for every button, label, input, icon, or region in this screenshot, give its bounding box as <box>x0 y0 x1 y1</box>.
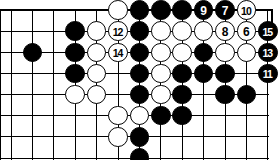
stone-black-c8r6 <box>151 106 171 126</box>
stone-black-c9r1 <box>172 0 192 20</box>
stone-black-move-15-c13r2: 15 <box>258 21 278 41</box>
stone-black-c9r6 <box>172 106 192 126</box>
move-number-label: 15 <box>262 26 272 37</box>
move-number-label: 12 <box>113 26 123 37</box>
stone-black-c9r4 <box>172 64 192 84</box>
stone-black-c4r4 <box>65 64 85 84</box>
stone-white-c12r3 <box>237 43 257 63</box>
stone-black-c8r1 <box>151 0 171 20</box>
stone-black-c7r8 <box>130 148 150 160</box>
stone-white-c6r7 <box>108 127 128 147</box>
stone-black-c10r4 <box>194 64 214 84</box>
move-number-label: 14 <box>113 48 123 59</box>
stone-white-c5r4 <box>87 64 107 84</box>
stone-black-c11r4 <box>215 64 235 84</box>
stone-black-c11r5 <box>215 85 235 105</box>
stone-black-c7r4 <box>130 64 150 84</box>
move-number-label: 13 <box>262 48 272 59</box>
stone-white-move-10-c12r1: 10 <box>237 0 257 20</box>
stone-white-move-12-c6r2: 12 <box>108 21 128 41</box>
stone-white-c10r2 <box>194 21 214 41</box>
stone-black-c7r3 <box>130 43 150 63</box>
stone-white-move-6-c12r2: 6 <box>237 21 257 41</box>
stone-white-c6r6 <box>108 106 128 126</box>
stone-black-c2r3 <box>23 43 43 63</box>
stone-white-c4r5 <box>65 85 85 105</box>
stone-white-c8r4 <box>151 64 171 84</box>
stone-white-move-14-c6r3: 14 <box>108 43 128 63</box>
stone-white-move-8-c11r2: 8 <box>215 21 235 41</box>
stone-white-c8r2 <box>151 21 171 41</box>
move-number-label: 6 <box>243 26 250 38</box>
stone-white-c8r5 <box>151 85 171 105</box>
go-board-diagram: 9710128615141311 <box>0 0 280 160</box>
stone-black-move-11-c13r4: 11 <box>258 64 278 84</box>
stone-white-c9r3 <box>172 43 192 63</box>
stone-white-c8r3 <box>151 43 171 63</box>
stone-black-move-7-c11r1: 7 <box>215 0 235 20</box>
stone-black-c4r3 <box>65 43 85 63</box>
move-number-label: 7 <box>222 4 229 16</box>
stone-white-c5r5 <box>87 85 107 105</box>
stone-black-c7r2 <box>130 21 150 41</box>
move-number-label: 9 <box>200 4 207 16</box>
stone-white-c5r3 <box>87 43 107 63</box>
stone-black-c9r5 <box>172 85 192 105</box>
stone-black-c7r5 <box>130 85 150 105</box>
stone-white-c11r3 <box>215 43 235 63</box>
stone-white-c5r2 <box>87 21 107 41</box>
move-number-label: 8 <box>222 26 229 38</box>
stone-white-c6r1 <box>108 0 128 20</box>
stone-white-c7r6 <box>130 106 150 126</box>
stone-black-move-9-c10r1: 9 <box>194 0 214 20</box>
stone-black-c10r3 <box>194 43 214 63</box>
stone-white-c9r2 <box>172 21 192 41</box>
move-number-label: 11 <box>263 69 272 80</box>
stone-black-c4r2 <box>65 21 85 41</box>
stone-black-c12r5 <box>237 85 257 105</box>
move-number-label: 10 <box>241 5 251 16</box>
stone-black-c7r1 <box>130 0 150 20</box>
stone-black-c7r7 <box>130 127 150 147</box>
stone-black-move-13-c13r3: 13 <box>258 43 278 63</box>
